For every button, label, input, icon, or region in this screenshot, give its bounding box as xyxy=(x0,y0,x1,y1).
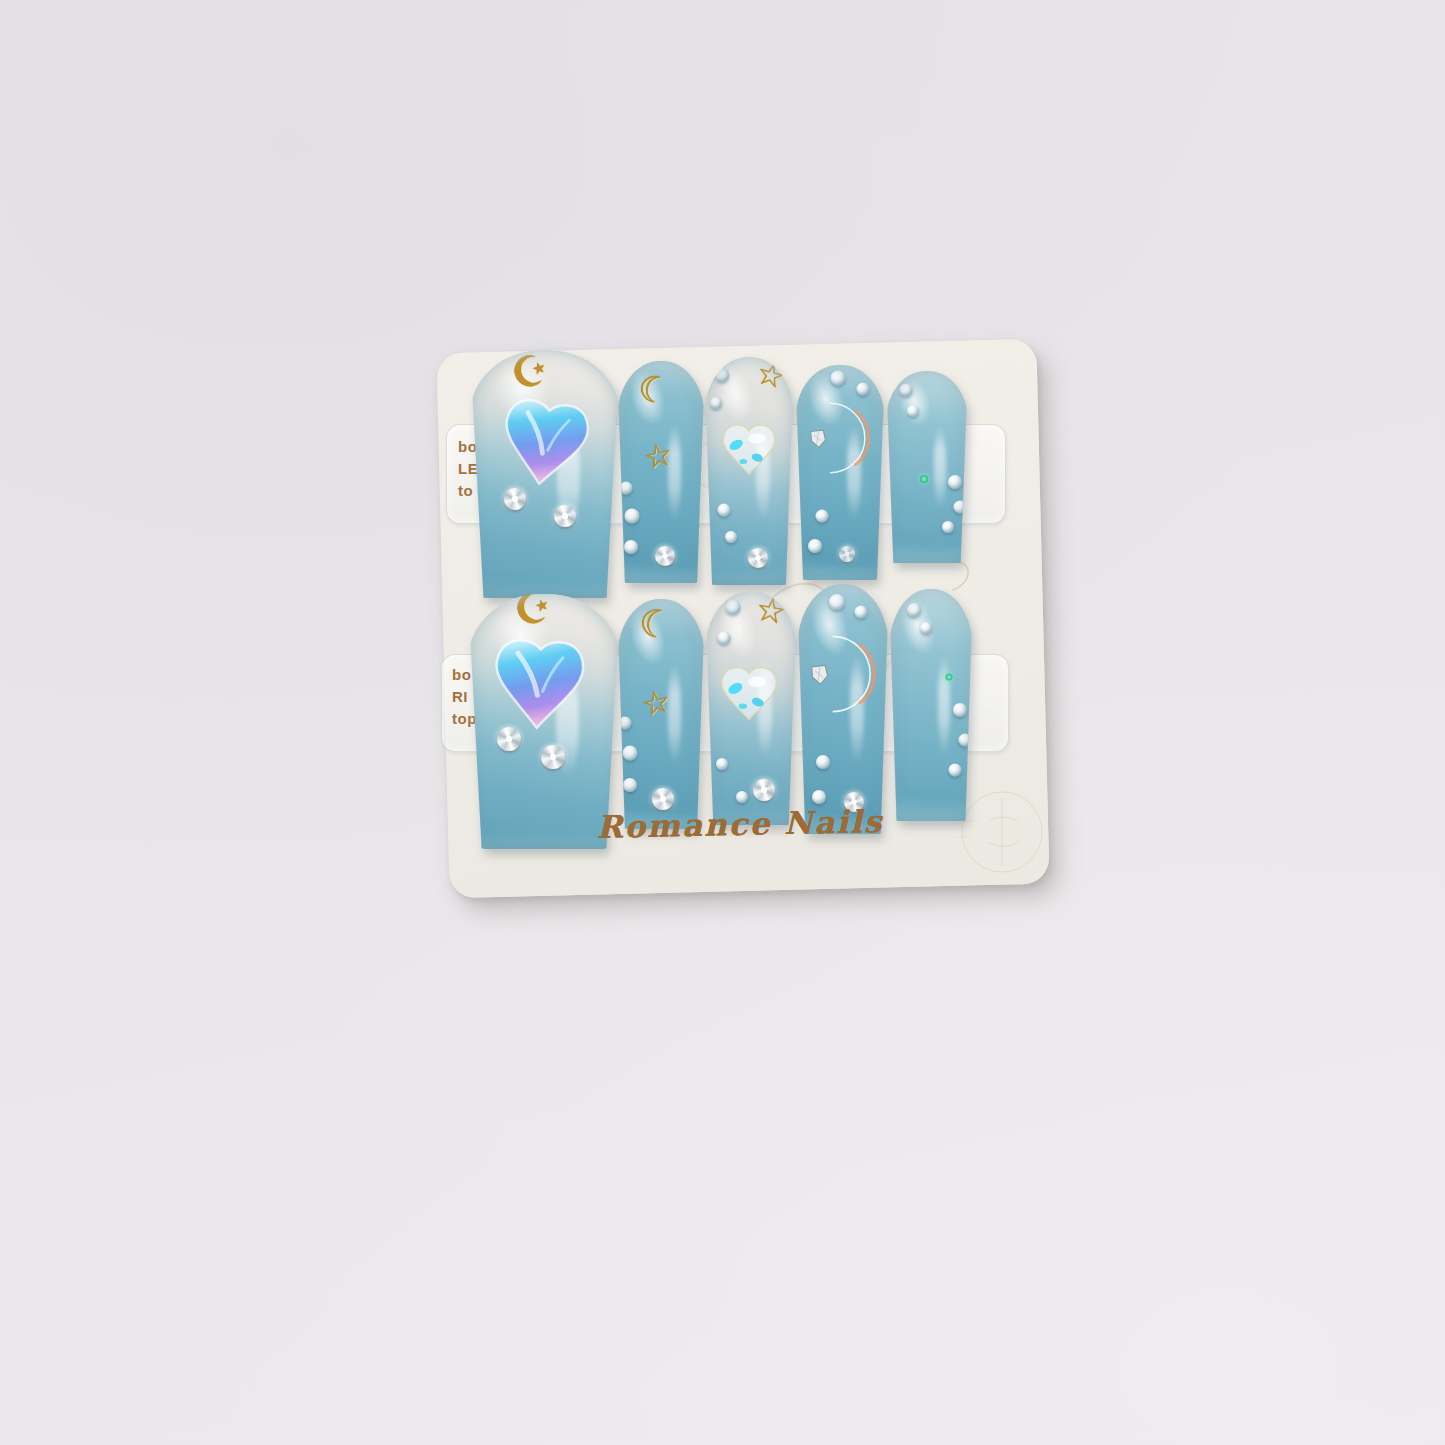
gloss-highlight xyxy=(712,594,762,662)
rhinestone xyxy=(541,745,565,769)
brand-script-text: Romance Nails xyxy=(560,802,921,846)
pearl xyxy=(948,763,961,776)
gold-star-icon: ☆ xyxy=(639,437,677,475)
nail-r1-thumb: ☪ xyxy=(470,350,620,598)
photo-scene: boLEto boRItop ☪☾☆☆☪☾☆☆ Romance Nails xyxy=(0,0,1445,1445)
sparkle xyxy=(946,674,953,681)
pearl xyxy=(717,503,730,516)
gloss-highlight xyxy=(847,425,861,520)
pearl xyxy=(624,540,638,554)
nail-r1-pinky xyxy=(886,371,968,563)
nail-surface xyxy=(889,589,973,821)
pearl xyxy=(829,594,845,610)
rhinestone xyxy=(497,727,521,751)
gold-moon-icon: ☾ xyxy=(633,602,678,647)
irid-moon-charm xyxy=(799,634,879,714)
rhinestone xyxy=(748,548,768,568)
gold-star-icon: ☆ xyxy=(751,357,790,395)
pearl xyxy=(948,475,962,489)
pearl xyxy=(920,622,932,634)
rhinestone xyxy=(655,546,675,566)
nail-r2-ring xyxy=(797,584,889,834)
rhinestone xyxy=(753,779,775,801)
gloss-highlight xyxy=(557,419,580,528)
gloss-highlight xyxy=(893,373,937,430)
mermaid-tail-charm xyxy=(486,630,593,737)
pearl xyxy=(808,539,822,553)
pearl xyxy=(907,603,921,617)
gloss-highlight xyxy=(668,663,681,764)
nail-r1-index: ☾☆ xyxy=(617,361,705,583)
gloss-highlight xyxy=(756,421,770,521)
nail-surface: ☾☆ xyxy=(617,361,705,583)
nail-r1-ring xyxy=(795,365,885,580)
pearl xyxy=(715,368,729,382)
gold-star-icon: ☆ xyxy=(637,684,675,722)
pearl xyxy=(725,600,740,615)
pearl xyxy=(725,531,737,543)
gloss-highlight xyxy=(850,654,864,764)
nail-surface: ☪ xyxy=(470,350,620,598)
gloss-highlight xyxy=(895,593,942,660)
pearl xyxy=(816,755,830,769)
nail-r1-middle: ☆ xyxy=(704,357,794,585)
rhinestone xyxy=(554,505,576,527)
nail-r2-middle: ☆ xyxy=(705,591,797,825)
nail-surface: ☾☆ xyxy=(617,599,705,829)
pearl xyxy=(623,778,637,792)
pearl xyxy=(619,481,632,494)
pearl xyxy=(899,384,912,397)
pearl xyxy=(857,382,870,395)
pearl xyxy=(816,509,829,522)
pearl xyxy=(953,501,966,514)
pearl xyxy=(953,703,967,717)
nail-r2-pinky xyxy=(889,589,973,821)
pearl xyxy=(942,521,954,533)
gloss-highlight xyxy=(938,654,951,756)
heart-charm xyxy=(717,418,781,482)
pearl xyxy=(831,370,846,385)
pearl xyxy=(718,631,731,644)
pearl xyxy=(958,733,971,746)
crystal xyxy=(839,546,855,562)
pearl xyxy=(855,605,868,618)
gloss-highlight xyxy=(934,425,946,509)
nail-surface xyxy=(886,371,968,563)
pearl xyxy=(812,790,826,804)
pearl xyxy=(907,405,919,417)
gold-moon-star-icon: ☪ xyxy=(508,594,559,635)
mermaid-tail-charm xyxy=(491,388,599,496)
gloss-highlight xyxy=(802,368,850,431)
gloss-highlight xyxy=(758,657,772,760)
pearl xyxy=(624,509,639,524)
gloss-highlight xyxy=(484,595,558,675)
pearl xyxy=(623,746,638,761)
nail-surface: ☆ xyxy=(704,357,794,585)
gold-star-icon: ☆ xyxy=(752,591,791,629)
nail-r2-index: ☾☆ xyxy=(617,599,705,829)
gloss-highlight xyxy=(668,423,681,521)
pearl xyxy=(716,758,728,770)
gloss-highlight xyxy=(624,364,672,429)
pearl xyxy=(736,791,748,803)
rhinestone xyxy=(504,488,526,510)
gloss-highlight xyxy=(556,665,579,777)
gold-moon-star-icon: ☪ xyxy=(504,350,555,398)
gloss-highlight xyxy=(803,588,855,660)
nail-surface xyxy=(795,365,885,580)
gloss-highlight xyxy=(711,360,760,426)
nail-surface xyxy=(797,584,889,834)
gold-moon-icon: ☾ xyxy=(633,369,676,412)
heart-charm xyxy=(715,660,783,728)
gloss-highlight xyxy=(623,602,672,669)
gloss-highlight xyxy=(486,351,559,429)
pearl xyxy=(618,717,631,730)
nail-surface: ☆ xyxy=(705,591,797,825)
sparkle xyxy=(920,475,928,483)
pearl xyxy=(710,397,722,409)
irid-moon-charm xyxy=(799,401,873,475)
